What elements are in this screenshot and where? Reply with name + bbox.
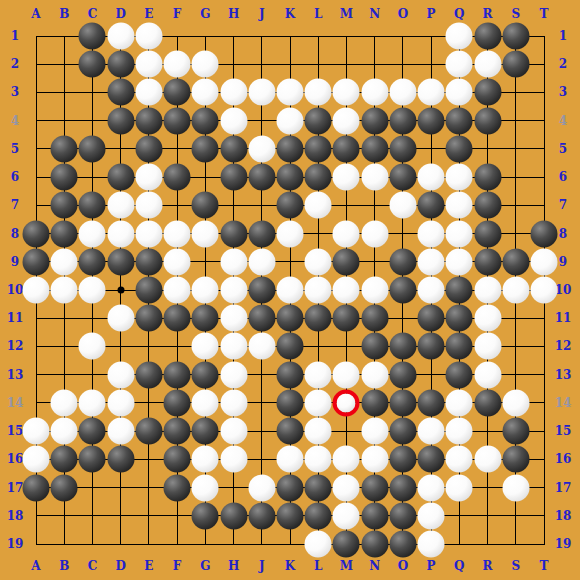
- stone-Q3: [446, 79, 473, 106]
- stone-O9: [389, 248, 416, 275]
- stone-O17: [389, 474, 416, 501]
- stone-D4: [107, 107, 134, 134]
- stone-R4: [474, 107, 501, 134]
- stone-P16: [418, 446, 445, 473]
- coord-label-left: 1: [11, 30, 19, 42]
- stone-L19: [305, 531, 332, 558]
- stone-G4: [192, 107, 219, 134]
- stone-N12: [361, 333, 388, 360]
- stone-L17: [305, 474, 332, 501]
- hoshi-point: [117, 287, 124, 294]
- stone-J9: [248, 248, 275, 275]
- coord-label-bottom: G: [200, 560, 210, 572]
- stone-L9: [305, 248, 332, 275]
- stone-Q5: [446, 135, 473, 162]
- coord-label-bottom: C: [88, 560, 98, 572]
- stone-H13: [220, 361, 247, 388]
- coord-label-left: 9: [11, 256, 19, 268]
- stone-D15: [107, 418, 134, 445]
- stone-C5: [79, 135, 106, 162]
- coord-label-top: K: [285, 8, 295, 20]
- stone-B5: [51, 135, 78, 162]
- stone-C16: [79, 446, 106, 473]
- stone-J12: [248, 333, 275, 360]
- stone-M16: [333, 446, 360, 473]
- stone-N6: [361, 164, 388, 191]
- stone-H4: [220, 107, 247, 134]
- stone-Q10: [446, 277, 473, 304]
- stone-O15: [389, 418, 416, 445]
- stone-Q11: [446, 305, 473, 332]
- coord-label-bottom: L: [314, 560, 322, 572]
- stone-G7: [192, 192, 219, 219]
- coord-label-right: 19: [555, 538, 572, 550]
- stone-L13: [305, 361, 332, 388]
- stone-A10: [23, 277, 50, 304]
- stone-C9: [79, 248, 106, 275]
- coord-label-bottom: R: [483, 560, 493, 572]
- stone-L7: [305, 192, 332, 219]
- stone-G16: [192, 446, 219, 473]
- stone-B8: [51, 220, 78, 247]
- stone-S14: [502, 389, 529, 416]
- stone-M13: [333, 361, 360, 388]
- coord-label-bottom: K: [285, 560, 295, 572]
- stone-F11: [164, 305, 191, 332]
- stone-P19: [418, 531, 445, 558]
- stone-L4: [305, 107, 332, 134]
- stone-M3: [333, 79, 360, 106]
- grid-hline: [36, 544, 545, 545]
- stone-E1: [135, 23, 162, 50]
- coord-label-left: 15: [7, 425, 24, 437]
- stone-H15: [220, 418, 247, 445]
- stone-L11: [305, 305, 332, 332]
- stone-P14: [418, 389, 445, 416]
- stone-J6: [248, 164, 275, 191]
- stone-G5: [192, 135, 219, 162]
- coord-label-top: C: [88, 8, 98, 20]
- stone-L15: [305, 418, 332, 445]
- stone-L10: [305, 277, 332, 304]
- coord-label-bottom: P: [427, 560, 436, 572]
- stone-R16: [474, 446, 501, 473]
- stone-M14-last-move: [333, 389, 360, 416]
- stone-R6: [474, 164, 501, 191]
- coord-label-left: 13: [7, 369, 24, 381]
- stone-B15: [51, 418, 78, 445]
- stone-F16: [164, 446, 191, 473]
- stone-H18: [220, 502, 247, 529]
- stone-P7: [418, 192, 445, 219]
- stone-J10: [248, 277, 275, 304]
- stone-O12: [389, 333, 416, 360]
- coord-label-top: T: [540, 8, 549, 20]
- coord-label-right: 1: [559, 30, 567, 42]
- stone-D11: [107, 305, 134, 332]
- stone-C14: [79, 389, 106, 416]
- stone-O7: [389, 192, 416, 219]
- coord-label-left: 14: [7, 397, 24, 409]
- coord-label-right: 14: [555, 397, 572, 409]
- coord-label-bottom: F: [173, 560, 182, 572]
- coord-label-bottom: N: [369, 560, 380, 572]
- coord-label-bottom: M: [340, 560, 353, 572]
- stone-G17: [192, 474, 219, 501]
- stone-P3: [418, 79, 445, 106]
- stone-K5: [277, 135, 304, 162]
- coord-label-top: H: [228, 8, 239, 20]
- coord-label-left: 2: [11, 58, 19, 70]
- coord-label-bottom: O: [398, 560, 408, 572]
- stone-L6: [305, 164, 332, 191]
- stone-S1: [502, 23, 529, 50]
- stone-S9: [502, 248, 529, 275]
- stone-O5: [389, 135, 416, 162]
- coord-label-top: N: [369, 8, 380, 20]
- coord-label-right: 16: [555, 453, 572, 465]
- stone-F9: [164, 248, 191, 275]
- stone-H5: [220, 135, 247, 162]
- stone-A16: [23, 446, 50, 473]
- coord-label-left: 6: [11, 171, 19, 183]
- stone-E10: [135, 277, 162, 304]
- stone-T10: [531, 277, 558, 304]
- stone-N5: [361, 135, 388, 162]
- stone-D9: [107, 248, 134, 275]
- stone-E15: [135, 418, 162, 445]
- stone-K15: [277, 418, 304, 445]
- stone-T8: [531, 220, 558, 247]
- stone-J3: [248, 79, 275, 106]
- coord-label-bottom: B: [59, 560, 69, 572]
- stone-R2: [474, 51, 501, 78]
- coord-label-bottom: A: [31, 560, 40, 572]
- stone-C1: [79, 23, 106, 50]
- go-board[interactable]: AABBCCDDEEFFGGHHJJKKLLMMNNOOPPQQRRSSTT11…: [0, 0, 580, 580]
- stone-F3: [164, 79, 191, 106]
- stone-D14: [107, 389, 134, 416]
- stone-C8: [79, 220, 106, 247]
- stone-G8: [192, 220, 219, 247]
- stone-Q16: [446, 446, 473, 473]
- coord-label-left: 12: [7, 340, 24, 352]
- coord-label-left: 19: [7, 538, 24, 550]
- stone-K16: [277, 446, 304, 473]
- stone-F15: [164, 418, 191, 445]
- stone-G2: [192, 51, 219, 78]
- stone-H6: [220, 164, 247, 191]
- stone-J11: [248, 305, 275, 332]
- coord-label-left: 4: [11, 115, 19, 127]
- stone-E13: [135, 361, 162, 388]
- stone-A17: [23, 474, 50, 501]
- stone-H9: [220, 248, 247, 275]
- stone-R3: [474, 79, 501, 106]
- stone-C12: [79, 333, 106, 360]
- stone-E9: [135, 248, 162, 275]
- stone-N14: [361, 389, 388, 416]
- stone-E3: [135, 79, 162, 106]
- stone-L16: [305, 446, 332, 473]
- stone-F10: [164, 277, 191, 304]
- coord-label-right: 18: [555, 510, 572, 522]
- coord-label-top: J: [259, 8, 265, 20]
- stone-B10: [51, 277, 78, 304]
- stone-G12: [192, 333, 219, 360]
- stone-P6: [418, 164, 445, 191]
- stone-L14: [305, 389, 332, 416]
- stone-R10: [474, 277, 501, 304]
- stone-N8: [361, 220, 388, 247]
- stone-A15: [23, 418, 50, 445]
- stone-K17: [277, 474, 304, 501]
- stone-K14: [277, 389, 304, 416]
- coord-label-right: 7: [559, 199, 567, 211]
- stone-D1: [107, 23, 134, 50]
- stone-M4: [333, 107, 360, 134]
- coord-label-left: 8: [11, 228, 19, 240]
- stone-C7: [79, 192, 106, 219]
- stone-R12: [474, 333, 501, 360]
- stone-K13: [277, 361, 304, 388]
- stone-M19: [333, 531, 360, 558]
- stone-O19: [389, 531, 416, 558]
- coord-label-right: 6: [559, 171, 567, 183]
- coord-label-bottom: T: [540, 560, 549, 572]
- stone-Q1: [446, 23, 473, 50]
- stone-K3: [277, 79, 304, 106]
- coord-label-top: M: [340, 8, 353, 20]
- stone-G14: [192, 389, 219, 416]
- stone-O3: [389, 79, 416, 106]
- stone-Q8: [446, 220, 473, 247]
- stone-D8: [107, 220, 134, 247]
- coord-label-right: 12: [555, 340, 572, 352]
- stone-F2: [164, 51, 191, 78]
- stone-O18: [389, 502, 416, 529]
- stone-E4: [135, 107, 162, 134]
- stone-S16: [502, 446, 529, 473]
- stone-M11: [333, 305, 360, 332]
- stone-H10: [220, 277, 247, 304]
- stone-S10: [502, 277, 529, 304]
- stone-N13: [361, 361, 388, 388]
- stone-J8: [248, 220, 275, 247]
- stone-J17: [248, 474, 275, 501]
- stone-P10: [418, 277, 445, 304]
- coord-label-bottom: H: [228, 560, 239, 572]
- stone-F13: [164, 361, 191, 388]
- stone-E7: [135, 192, 162, 219]
- stone-Q6: [446, 164, 473, 191]
- coord-label-left: 11: [7, 312, 24, 324]
- stone-G11: [192, 305, 219, 332]
- stone-S17: [502, 474, 529, 501]
- stone-M6: [333, 164, 360, 191]
- stone-A8: [23, 220, 50, 247]
- stone-A9: [23, 248, 50, 275]
- stone-E11: [135, 305, 162, 332]
- coord-label-left: 18: [7, 510, 24, 522]
- coord-label-right: 17: [555, 482, 572, 494]
- stone-Q7: [446, 192, 473, 219]
- stone-Q9: [446, 248, 473, 275]
- stone-N10: [361, 277, 388, 304]
- stone-R14: [474, 389, 501, 416]
- stone-P18: [418, 502, 445, 529]
- coord-label-right: 3: [559, 86, 567, 98]
- coord-label-right: 4: [559, 115, 567, 127]
- coord-label-bottom: E: [144, 560, 153, 572]
- coord-label-left: 17: [7, 482, 24, 494]
- stone-M9: [333, 248, 360, 275]
- stone-N11: [361, 305, 388, 332]
- stone-H8: [220, 220, 247, 247]
- stone-R13: [474, 361, 501, 388]
- coord-label-top: R: [483, 8, 493, 20]
- coord-label-bottom: Q: [454, 560, 464, 572]
- coord-label-right: 5: [559, 143, 567, 155]
- stone-K4: [277, 107, 304, 134]
- stone-Q12: [446, 333, 473, 360]
- stone-P4: [418, 107, 445, 134]
- stone-G3: [192, 79, 219, 106]
- stone-L3: [305, 79, 332, 106]
- stone-N18: [361, 502, 388, 529]
- stone-C10: [79, 277, 106, 304]
- stone-G18: [192, 502, 219, 529]
- stone-L5: [305, 135, 332, 162]
- stone-Q15: [446, 418, 473, 445]
- stone-K6: [277, 164, 304, 191]
- stone-P17: [418, 474, 445, 501]
- coord-label-top: O: [398, 8, 408, 20]
- stone-Q2: [446, 51, 473, 78]
- stone-J5: [248, 135, 275, 162]
- stone-K10: [277, 277, 304, 304]
- coord-label-left: 5: [11, 143, 19, 155]
- stone-R11: [474, 305, 501, 332]
- stone-B7: [51, 192, 78, 219]
- coord-label-top: E: [144, 8, 153, 20]
- stone-O13: [389, 361, 416, 388]
- stone-L18: [305, 502, 332, 529]
- coord-label-right: 8: [559, 228, 567, 240]
- stone-O14: [389, 389, 416, 416]
- stone-N17: [361, 474, 388, 501]
- stone-O16: [389, 446, 416, 473]
- coord-label-top: D: [115, 8, 125, 20]
- coord-label-right: 9: [559, 256, 567, 268]
- coord-label-bottom: S: [511, 560, 520, 572]
- stone-S15: [502, 418, 529, 445]
- coord-label-left: 3: [11, 86, 19, 98]
- stone-B6: [51, 164, 78, 191]
- coord-label-left: 10: [7, 284, 24, 296]
- stone-H14: [220, 389, 247, 416]
- coord-label-top: L: [314, 8, 322, 20]
- stone-G10: [192, 277, 219, 304]
- stone-N16: [361, 446, 388, 473]
- stone-K8: [277, 220, 304, 247]
- coord-label-left: 16: [7, 453, 24, 465]
- stone-S2: [502, 51, 529, 78]
- coord-label-right: 2: [559, 58, 567, 70]
- stone-B9: [51, 248, 78, 275]
- stone-P9: [418, 248, 445, 275]
- stone-D7: [107, 192, 134, 219]
- coord-label-top: G: [200, 8, 210, 20]
- stone-B16: [51, 446, 78, 473]
- stone-Q4: [446, 107, 473, 134]
- stone-M17: [333, 474, 360, 501]
- stone-H16: [220, 446, 247, 473]
- stone-M18: [333, 502, 360, 529]
- stone-J18: [248, 502, 275, 529]
- stone-F4: [164, 107, 191, 134]
- stone-D6: [107, 164, 134, 191]
- stone-H12: [220, 333, 247, 360]
- coord-label-top: F: [173, 8, 182, 20]
- stone-P8: [418, 220, 445, 247]
- stone-D13: [107, 361, 134, 388]
- stone-D16: [107, 446, 134, 473]
- stone-D2: [107, 51, 134, 78]
- stone-O10: [389, 277, 416, 304]
- stone-F17: [164, 474, 191, 501]
- stone-K12: [277, 333, 304, 360]
- stone-G13: [192, 361, 219, 388]
- stone-P12: [418, 333, 445, 360]
- coord-label-top: S: [511, 8, 520, 20]
- stone-M10: [333, 277, 360, 304]
- coord-label-top: A: [31, 8, 40, 20]
- stone-K11: [277, 305, 304, 332]
- stone-B17: [51, 474, 78, 501]
- coord-label-right: 15: [555, 425, 572, 437]
- stone-M5: [333, 135, 360, 162]
- stone-R7: [474, 192, 501, 219]
- coord-label-left: 7: [11, 199, 19, 211]
- stone-Q14: [446, 389, 473, 416]
- stone-P15: [418, 418, 445, 445]
- stone-F14: [164, 389, 191, 416]
- stone-Q13: [446, 361, 473, 388]
- coord-label-top: B: [59, 8, 69, 20]
- stone-C2: [79, 51, 106, 78]
- stone-E2: [135, 51, 162, 78]
- coord-label-right: 11: [555, 312, 572, 324]
- stone-R8: [474, 220, 501, 247]
- stone-E8: [135, 220, 162, 247]
- stone-E5: [135, 135, 162, 162]
- stone-M8: [333, 220, 360, 247]
- stone-K18: [277, 502, 304, 529]
- stone-R9: [474, 248, 501, 275]
- stone-N3: [361, 79, 388, 106]
- stone-N4: [361, 107, 388, 134]
- coord-label-bottom: J: [259, 560, 265, 572]
- stone-O6: [389, 164, 416, 191]
- stone-R1: [474, 23, 501, 50]
- stone-K7: [277, 192, 304, 219]
- stone-F8: [164, 220, 191, 247]
- stone-Q17: [446, 474, 473, 501]
- coord-label-top: P: [427, 8, 436, 20]
- coord-label-bottom: D: [115, 560, 125, 572]
- coord-label-top: Q: [454, 8, 464, 20]
